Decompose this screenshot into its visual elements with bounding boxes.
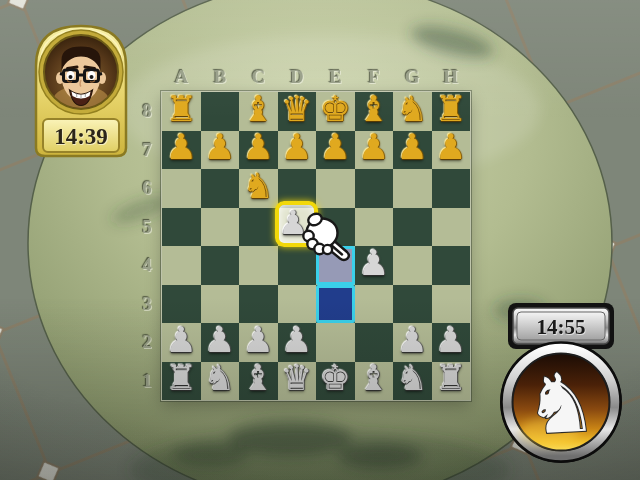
- square-b1[interactable]: ♞: [201, 362, 240, 401]
- piece-silver-queen-d1[interactable]: ♛: [281, 361, 312, 396]
- file-label-b: B: [201, 64, 240, 90]
- square-d1[interactable]: ♛: [278, 362, 317, 401]
- square-h4[interactable]: [432, 246, 471, 285]
- square-c7[interactable]: ♟: [239, 131, 278, 170]
- file-label-c: C: [239, 64, 278, 90]
- file-label-f: F: [355, 64, 394, 90]
- piece-silver-pawn-b2[interactable]: ♟: [204, 323, 235, 358]
- square-c3[interactable]: [239, 285, 278, 324]
- rank-label-2: 2: [136, 323, 158, 362]
- square-c2[interactable]: ♟: [239, 323, 278, 362]
- piece-silver-pawn-d2[interactable]: ♟: [281, 323, 312, 358]
- rank-label-1: 1: [136, 362, 158, 401]
- piece-gold-pawn-d7[interactable]: ♟: [281, 130, 312, 165]
- piece-silver-pawn-c2[interactable]: ♟: [243, 323, 274, 358]
- piece-gold-pawn-f7[interactable]: ♟: [358, 130, 389, 165]
- piece-silver-knight-b1[interactable]: ♞: [204, 361, 235, 396]
- square-f8[interactable]: ♝: [355, 92, 394, 131]
- piece-silver-knight-g1[interactable]: ♞: [397, 361, 428, 396]
- square-b4[interactable]: [201, 246, 240, 285]
- square-f5[interactable]: [355, 208, 394, 247]
- square-g5[interactable]: [393, 208, 432, 247]
- piece-gold-pawn-g7[interactable]: ♟: [397, 130, 428, 165]
- piece-silver-bishop-c1[interactable]: ♝: [243, 361, 274, 396]
- piece-silver-king-e1[interactable]: ♚: [320, 361, 351, 396]
- piece-silver-pawn-g2[interactable]: ♟: [397, 323, 428, 358]
- square-d7[interactable]: ♟: [278, 131, 317, 170]
- square-a5[interactable]: [162, 208, 201, 247]
- piece-silver-pawn-h2[interactable]: ♟: [435, 323, 466, 358]
- silver-player-clock: 14:55: [537, 315, 586, 339]
- square-a3[interactable]: [162, 285, 201, 324]
- rank-label-7: 7: [136, 131, 158, 170]
- square-c8[interactable]: ♝: [239, 92, 278, 131]
- file-label-d: D: [278, 64, 317, 90]
- square-c6[interactable]: ♞: [239, 169, 278, 208]
- piece-silver-pawn-a2[interactable]: ♟: [166, 323, 197, 358]
- file-label-g: G: [393, 64, 432, 90]
- square-d2[interactable]: ♟: [278, 323, 317, 362]
- square-h2[interactable]: ♟: [432, 323, 471, 362]
- square-g4[interactable]: [393, 246, 432, 285]
- piece-gold-rook-h8[interactable]: ♜: [435, 92, 466, 127]
- square-h3[interactable]: [432, 285, 471, 324]
- square-a7[interactable]: ♟: [162, 131, 201, 170]
- square-a1[interactable]: ♜: [162, 362, 201, 401]
- square-f3[interactable]: [355, 285, 394, 324]
- silver-player-badge: 14:55 14:55 ♞: [493, 300, 629, 464]
- square-d8[interactable]: ♛: [278, 92, 317, 131]
- square-a4[interactable]: [162, 246, 201, 285]
- gold-player-badge: 14:39 14:39: [31, 20, 131, 162]
- file-label-h: H: [432, 64, 471, 90]
- square-g3[interactable]: [393, 285, 432, 324]
- file-label-a: A: [162, 64, 201, 90]
- square-c5[interactable]: [239, 208, 278, 247]
- square-d3[interactable]: [278, 285, 317, 324]
- piece-silver-bishop-f1[interactable]: ♝: [358, 361, 389, 396]
- square-g1[interactable]: ♞: [393, 362, 432, 401]
- square-f2[interactable]: [355, 323, 394, 362]
- file-label-e: E: [316, 64, 355, 90]
- white-knight-icon: ♞: [522, 354, 600, 453]
- square-f4[interactable]: ♟: [355, 246, 394, 285]
- piece-gold-bishop-f8[interactable]: ♝: [358, 92, 389, 127]
- square-a8[interactable]: ♜: [162, 92, 201, 131]
- piece-silver-pawn-f4[interactable]: ♟: [358, 246, 389, 281]
- square-g7[interactable]: ♟: [393, 131, 432, 170]
- square-f7[interactable]: ♟: [355, 131, 394, 170]
- square-h8[interactable]: ♜: [432, 92, 471, 131]
- square-b2[interactable]: ♟: [201, 323, 240, 362]
- piece-silver-rook-a1[interactable]: ♜: [166, 361, 197, 396]
- square-e7[interactable]: ♟: [316, 131, 355, 170]
- square-e2[interactable]: [316, 323, 355, 362]
- square-h5[interactable]: [432, 208, 471, 247]
- piece-gold-queen-d8[interactable]: ♛: [281, 92, 312, 127]
- legal-move-highlight-e3[interactable]: [316, 285, 355, 324]
- rank-label-5: 5: [136, 208, 158, 247]
- square-c4[interactable]: [239, 246, 278, 285]
- piece-gold-bishop-c8[interactable]: ♝: [243, 92, 274, 127]
- square-b7[interactable]: ♟: [201, 131, 240, 170]
- piece-silver-rook-h1[interactable]: ♜: [435, 361, 466, 396]
- square-f6[interactable]: [355, 169, 394, 208]
- square-g6[interactable]: [393, 169, 432, 208]
- piece-gold-pawn-a7[interactable]: ♟: [166, 130, 197, 165]
- rank-label-8: 8: [136, 92, 158, 131]
- piece-gold-knight-g8[interactable]: ♞: [397, 92, 428, 127]
- square-a2[interactable]: ♟: [162, 323, 201, 362]
- rank-label-4: 4: [136, 246, 158, 285]
- square-h7[interactable]: ♟: [432, 131, 471, 170]
- piece-gold-king-e8[interactable]: ♚: [320, 92, 351, 127]
- square-h1[interactable]: ♜: [432, 362, 471, 401]
- square-a6[interactable]: [162, 169, 201, 208]
- square-c1[interactable]: ♝: [239, 362, 278, 401]
- wii-chess-screen: { "game": "chess", "position": { "fen": …: [0, 0, 640, 480]
- square-b5[interactable]: [201, 208, 240, 247]
- gold-player-clock: 14:39: [54, 124, 108, 149]
- piece-gold-pawn-h7[interactable]: ♟: [435, 130, 466, 165]
- square-f1[interactable]: ♝: [355, 362, 394, 401]
- piece-gold-pawn-e7[interactable]: ♟: [320, 130, 351, 165]
- piece-gold-pawn-c7[interactable]: ♟: [243, 130, 274, 165]
- square-h6[interactable]: [432, 169, 471, 208]
- square-b6[interactable]: [201, 169, 240, 208]
- square-g2[interactable]: ♟: [393, 323, 432, 362]
- rank-label-6: 6: [136, 169, 158, 208]
- square-b8[interactable]: [201, 92, 240, 131]
- square-e8[interactable]: ♚: [316, 92, 355, 131]
- square-b3[interactable]: [201, 285, 240, 324]
- hand-grab-cursor-icon: [301, 211, 351, 263]
- square-g8[interactable]: ♞: [393, 92, 432, 131]
- piece-gold-knight-c6[interactable]: ♞: [243, 169, 274, 204]
- piece-gold-pawn-b7[interactable]: ♟: [204, 130, 235, 165]
- square-e6[interactable]: [316, 169, 355, 208]
- square-e1[interactable]: ♚: [316, 362, 355, 401]
- piece-gold-rook-a8[interactable]: ♜: [166, 92, 197, 127]
- rank-label-3: 3: [136, 285, 158, 324]
